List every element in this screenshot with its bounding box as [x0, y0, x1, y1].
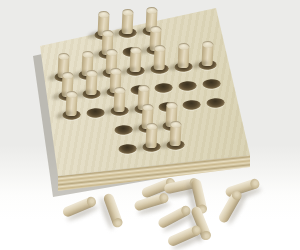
- loose-peg-11[interactable]: [217, 190, 243, 224]
- peg-solitaire-photo: [0, 0, 300, 250]
- loose-peg-2[interactable]: [102, 192, 123, 227]
- loose-pegs-layer: [0, 0, 300, 250]
- loose-peg-1[interactable]: [61, 196, 96, 218]
